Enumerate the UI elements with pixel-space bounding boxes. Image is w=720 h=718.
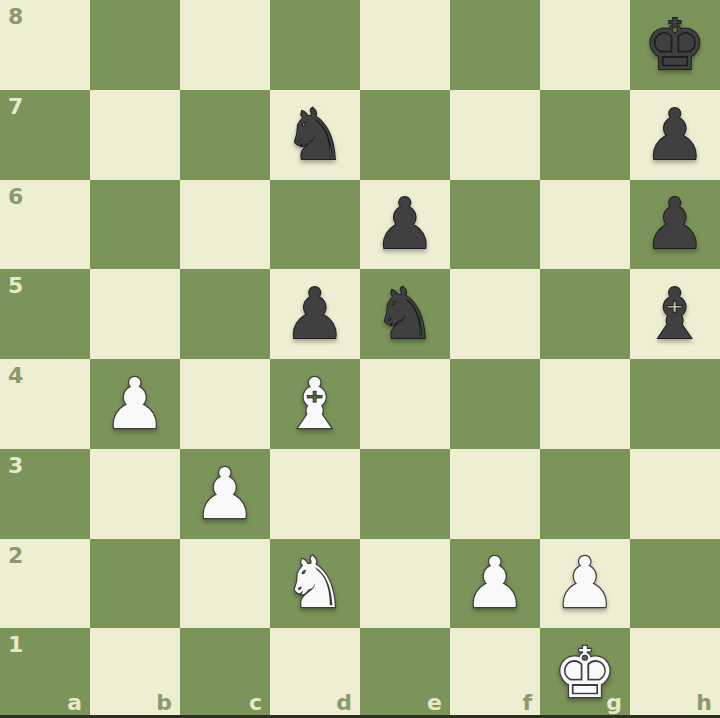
file-label-d: d [336,692,352,714]
square-f2[interactable]: ♟ [450,539,540,629]
square-f5[interactable] [450,269,540,359]
square-h5[interactable]: ♝ [630,269,720,359]
chess-app-window: 8♚7♞♟6♟♟5♟♞♝4♟♝3♟2♞♟♟1abcdefg♚h [0,0,720,718]
square-g3[interactable] [540,449,630,539]
square-b5[interactable] [90,269,180,359]
square-c8[interactable] [180,0,270,90]
square-a1[interactable]: 1a [0,628,90,718]
black-king[interactable]: ♚ [630,0,720,90]
square-h8[interactable]: ♚ [630,0,720,90]
square-f4[interactable] [450,359,540,449]
square-b7[interactable] [90,90,180,180]
square-b3[interactable] [90,449,180,539]
square-e7[interactable] [360,90,450,180]
square-c6[interactable] [180,180,270,270]
square-c2[interactable] [180,539,270,629]
square-f7[interactable] [450,90,540,180]
square-h4[interactable] [630,359,720,449]
square-h6[interactable]: ♟ [630,180,720,270]
square-a4[interactable]: 4 [0,359,90,449]
square-a6[interactable]: 6 [0,180,90,270]
square-a5[interactable]: 5 [0,269,90,359]
rank-label-1: 1 [8,634,23,656]
square-f8[interactable] [450,0,540,90]
rank-label-6: 6 [8,186,23,208]
square-c4[interactable] [180,359,270,449]
square-d2[interactable]: ♞ [270,539,360,629]
rank-label-7: 7 [8,96,23,118]
square-e6[interactable]: ♟ [360,180,450,270]
square-e3[interactable] [360,449,450,539]
square-f3[interactable] [450,449,540,539]
square-a8[interactable]: 8 [0,0,90,90]
square-h7[interactable]: ♟ [630,90,720,180]
black-pawn[interactable]: ♟ [630,180,720,270]
square-d4[interactable]: ♝ [270,359,360,449]
square-h3[interactable] [630,449,720,539]
square-b6[interactable] [90,180,180,270]
square-f6[interactable] [450,180,540,270]
square-e2[interactable] [360,539,450,629]
white-king[interactable]: ♚ [540,628,630,718]
white-bishop[interactable]: ♝ [270,359,360,449]
file-label-b: b [156,692,172,714]
square-h2[interactable] [630,539,720,629]
file-label-f: f [522,692,532,714]
square-g4[interactable] [540,359,630,449]
square-a7[interactable]: 7 [0,90,90,180]
black-bishop[interactable]: ♝ [630,269,720,359]
square-b1[interactable]: b [90,628,180,718]
square-c7[interactable] [180,90,270,180]
square-d1[interactable]: d [270,628,360,718]
square-b2[interactable] [90,539,180,629]
square-c1[interactable]: c [180,628,270,718]
rank-label-4: 4 [8,365,23,387]
black-pawn[interactable]: ♟ [270,269,360,359]
white-pawn[interactable]: ♟ [90,359,180,449]
rank-label-8: 8 [8,6,23,28]
file-label-c: c [249,692,262,714]
white-knight[interactable]: ♞ [270,539,360,629]
square-g1[interactable]: g♚ [540,628,630,718]
square-e5[interactable]: ♞ [360,269,450,359]
square-g5[interactable] [540,269,630,359]
rank-label-5: 5 [8,275,23,297]
black-pawn[interactable]: ♟ [360,180,450,270]
rank-label-3: 3 [8,455,23,477]
square-e4[interactable] [360,359,450,449]
square-c3[interactable]: ♟ [180,449,270,539]
square-h1[interactable]: h [630,628,720,718]
square-f1[interactable]: f [450,628,540,718]
square-g6[interactable] [540,180,630,270]
square-a3[interactable]: 3 [0,449,90,539]
square-g8[interactable] [540,0,630,90]
square-e8[interactable] [360,0,450,90]
square-a2[interactable]: 2 [0,539,90,629]
square-g2[interactable]: ♟ [540,539,630,629]
square-b4[interactable]: ♟ [90,359,180,449]
white-pawn[interactable]: ♟ [540,539,630,629]
rank-label-2: 2 [8,545,23,567]
black-knight[interactable]: ♞ [360,269,450,359]
black-knight[interactable]: ♞ [270,90,360,180]
square-d8[interactable] [270,0,360,90]
square-g7[interactable] [540,90,630,180]
file-label-a: a [67,692,82,714]
square-d7[interactable]: ♞ [270,90,360,180]
file-label-e: e [427,692,442,714]
square-d3[interactable] [270,449,360,539]
white-pawn[interactable]: ♟ [180,449,270,539]
chess-board: 8♚7♞♟6♟♟5♟♞♝4♟♝3♟2♞♟♟1abcdefg♚h [0,0,720,718]
square-c5[interactable] [180,269,270,359]
square-e1[interactable]: e [360,628,450,718]
square-b8[interactable] [90,0,180,90]
square-d5[interactable]: ♟ [270,269,360,359]
square-d6[interactable] [270,180,360,270]
file-label-h: h [696,692,712,714]
black-pawn[interactable]: ♟ [630,90,720,180]
white-pawn[interactable]: ♟ [450,539,540,629]
